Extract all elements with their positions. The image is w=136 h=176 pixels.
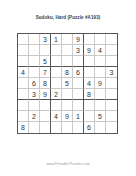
- cell-r4c6: 6: [73, 67, 84, 78]
- cell-r6c3: 9: [40, 89, 51, 100]
- sudoku-board: 3193945478636854939282491586: [17, 33, 118, 134]
- cell-r2c9: [106, 45, 117, 56]
- cell-r4c4: [51, 67, 62, 78]
- cell-r5c9: [106, 78, 117, 89]
- cell-r5c3: 8: [40, 78, 51, 89]
- cell-r6c8: [95, 89, 106, 100]
- cell-r9c9: [106, 122, 117, 133]
- cell-r3c7: [84, 56, 95, 67]
- cell-r5c7: 4: [84, 78, 95, 89]
- cell-r7c1: [18, 100, 29, 111]
- cell-r9c1: 8: [18, 122, 29, 133]
- cell-r9c8: [95, 122, 106, 133]
- cell-r8c8: 5: [95, 111, 106, 122]
- cell-r6c4: 2: [51, 89, 62, 100]
- cell-r5c8: 9: [95, 78, 106, 89]
- cell-r5c4: [51, 78, 62, 89]
- cell-r1c5: [62, 34, 73, 45]
- cell-r1c7: [84, 34, 95, 45]
- cell-r5c1: [18, 78, 29, 89]
- cell-r3c9: [106, 56, 117, 67]
- cell-r2c4: [51, 45, 62, 56]
- cell-r1c4: 1: [51, 34, 62, 45]
- cell-r6c7: 8: [84, 89, 95, 100]
- cell-r2c1: [18, 45, 29, 56]
- cell-r2c2: [29, 45, 40, 56]
- cell-r1c3: 3: [40, 34, 51, 45]
- cell-r2c6: 3: [73, 45, 84, 56]
- cell-r2c3: [40, 45, 51, 56]
- cell-r3c6: [73, 56, 84, 67]
- cell-r8c6: 1: [73, 111, 84, 122]
- cell-r1c6: 9: [73, 34, 84, 45]
- cell-r9c5: [62, 122, 73, 133]
- cell-r3c1: [18, 56, 29, 67]
- cell-r7c6: [73, 100, 84, 111]
- cell-r8c2: 2: [29, 111, 40, 122]
- cell-r4c7: [84, 67, 95, 78]
- cell-r8c7: [84, 111, 95, 122]
- puzzle-page: Sudoku, Hard (Puzzle #A193) 319394547863…: [0, 0, 136, 176]
- cell-r7c3: [40, 100, 51, 111]
- cell-r9c4: [51, 122, 62, 133]
- footer-url: www.Printable-Puzzles.com: [0, 162, 136, 166]
- cell-r4c8: [95, 67, 106, 78]
- cell-r7c4: [51, 100, 62, 111]
- cell-r5c5: 5: [62, 78, 73, 89]
- cell-r2c8: 4: [95, 45, 106, 56]
- cell-r6c9: [106, 89, 117, 100]
- cell-r6c1: [18, 89, 29, 100]
- cell-r9c3: [40, 122, 51, 133]
- cell-r3c2: [29, 56, 40, 67]
- cell-r4c5: 8: [62, 67, 73, 78]
- cell-r9c2: [29, 122, 40, 133]
- cell-r3c3: 5: [40, 56, 51, 67]
- cell-r2c5: [62, 45, 73, 56]
- cell-r7c8: [95, 100, 106, 111]
- cell-r4c2: [29, 67, 40, 78]
- cell-r4c1: 4: [18, 67, 29, 78]
- cell-r2c7: 9: [84, 45, 95, 56]
- cell-r7c2: [29, 100, 40, 111]
- cell-r1c8: [95, 34, 106, 45]
- cell-r8c5: 9: [62, 111, 73, 122]
- cell-r8c1: [18, 111, 29, 122]
- cell-r8c9: [106, 111, 117, 122]
- cell-r1c9: [106, 34, 117, 45]
- cell-r5c6: [73, 78, 84, 89]
- cell-r3c8: [95, 56, 106, 67]
- cell-r4c3: 7: [40, 67, 51, 78]
- cell-r1c1: [18, 34, 29, 45]
- cell-r7c9: [106, 100, 117, 111]
- cell-r3c5: [62, 56, 73, 67]
- cell-r8c3: [40, 111, 51, 122]
- cell-r4c9: 3: [106, 67, 117, 78]
- puzzle-title: Sudoku, Hard (Puzzle #A193): [0, 15, 136, 20]
- cell-r6c5: [62, 89, 73, 100]
- cell-r5c2: 6: [29, 78, 40, 89]
- cell-r9c7: 6: [84, 122, 95, 133]
- cell-r9c6: [73, 122, 84, 133]
- cell-r7c5: [62, 100, 73, 111]
- cell-r8c4: 4: [51, 111, 62, 122]
- cell-r1c2: [29, 34, 40, 45]
- cell-r7c7: [84, 100, 95, 111]
- cell-r6c6: [73, 89, 84, 100]
- cell-r3c4: [51, 56, 62, 67]
- cell-r6c2: 3: [29, 89, 40, 100]
